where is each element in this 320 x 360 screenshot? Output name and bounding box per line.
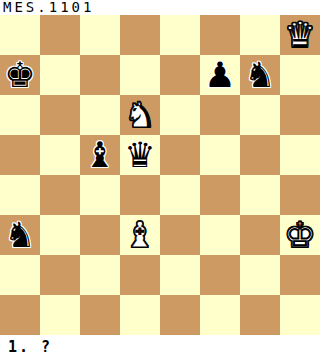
square-b1[interactable] bbox=[40, 295, 80, 335]
square-h4[interactable] bbox=[280, 175, 320, 215]
square-e3[interactable] bbox=[160, 215, 200, 255]
square-c5[interactable]: ♝ bbox=[80, 135, 120, 175]
move-prompt: 1. ? bbox=[0, 335, 320, 360]
diagram-title: MES.1101 bbox=[0, 0, 320, 15]
square-f2[interactable] bbox=[200, 255, 240, 295]
black-queen-d5: ♛ bbox=[124, 135, 155, 175]
square-e8[interactable] bbox=[160, 15, 200, 55]
black-knight-a3: ♞ bbox=[4, 215, 35, 255]
square-a4[interactable] bbox=[0, 175, 40, 215]
square-f6[interactable] bbox=[200, 95, 240, 135]
square-b5[interactable] bbox=[40, 135, 80, 175]
square-f7[interactable]: ♟ bbox=[200, 55, 240, 95]
square-g6[interactable] bbox=[240, 95, 280, 135]
white-queen-h8: ♛ bbox=[284, 15, 315, 55]
black-pawn-f7: ♟ bbox=[204, 55, 235, 95]
square-g8[interactable] bbox=[240, 15, 280, 55]
square-a8[interactable] bbox=[0, 15, 40, 55]
black-bishop-c5: ♝ bbox=[84, 135, 115, 175]
square-d8[interactable] bbox=[120, 15, 160, 55]
square-g4[interactable] bbox=[240, 175, 280, 215]
square-f1[interactable] bbox=[200, 295, 240, 335]
square-d3[interactable]: ♝ bbox=[120, 215, 160, 255]
square-g3[interactable] bbox=[240, 215, 280, 255]
square-b3[interactable] bbox=[40, 215, 80, 255]
square-b4[interactable] bbox=[40, 175, 80, 215]
square-h6[interactable] bbox=[280, 95, 320, 135]
square-f3[interactable] bbox=[200, 215, 240, 255]
white-knight-d6: ♞ bbox=[124, 95, 155, 135]
square-b2[interactable] bbox=[40, 255, 80, 295]
black-knight-g7: ♞ bbox=[244, 55, 275, 95]
square-g1[interactable] bbox=[240, 295, 280, 335]
square-a7[interactable]: ♚ bbox=[0, 55, 40, 95]
square-c2[interactable] bbox=[80, 255, 120, 295]
square-h1[interactable] bbox=[280, 295, 320, 335]
square-e2[interactable] bbox=[160, 255, 200, 295]
square-f5[interactable] bbox=[200, 135, 240, 175]
square-d7[interactable] bbox=[120, 55, 160, 95]
square-c4[interactable] bbox=[80, 175, 120, 215]
white-king-h3: ♚ bbox=[284, 215, 315, 255]
square-c6[interactable] bbox=[80, 95, 120, 135]
square-d1[interactable] bbox=[120, 295, 160, 335]
square-a3[interactable]: ♞ bbox=[0, 215, 40, 255]
square-d4[interactable] bbox=[120, 175, 160, 215]
square-f8[interactable] bbox=[200, 15, 240, 55]
white-bishop-d3: ♝ bbox=[124, 215, 155, 255]
square-e7[interactable] bbox=[160, 55, 200, 95]
square-d6[interactable]: ♞ bbox=[120, 95, 160, 135]
black-king-a7: ♚ bbox=[4, 55, 35, 95]
square-b6[interactable] bbox=[40, 95, 80, 135]
square-c3[interactable] bbox=[80, 215, 120, 255]
square-b8[interactable] bbox=[40, 15, 80, 55]
square-g7[interactable]: ♞ bbox=[240, 55, 280, 95]
square-g5[interactable] bbox=[240, 135, 280, 175]
square-a5[interactable] bbox=[0, 135, 40, 175]
square-f4[interactable] bbox=[200, 175, 240, 215]
chess-board: ♛♚♟♞♞♝♛♞♝♚ bbox=[0, 15, 320, 335]
square-h2[interactable] bbox=[280, 255, 320, 295]
square-e5[interactable] bbox=[160, 135, 200, 175]
square-h3[interactable]: ♚ bbox=[280, 215, 320, 255]
square-a1[interactable] bbox=[0, 295, 40, 335]
square-e6[interactable] bbox=[160, 95, 200, 135]
square-c1[interactable] bbox=[80, 295, 120, 335]
square-h5[interactable] bbox=[280, 135, 320, 175]
square-b7[interactable] bbox=[40, 55, 80, 95]
square-d5[interactable]: ♛ bbox=[120, 135, 160, 175]
square-c7[interactable] bbox=[80, 55, 120, 95]
square-d2[interactable] bbox=[120, 255, 160, 295]
square-a2[interactable] bbox=[0, 255, 40, 295]
square-g2[interactable] bbox=[240, 255, 280, 295]
square-c8[interactable] bbox=[80, 15, 120, 55]
square-e4[interactable] bbox=[160, 175, 200, 215]
square-e1[interactable] bbox=[160, 295, 200, 335]
square-h8[interactable]: ♛ bbox=[280, 15, 320, 55]
chess-diagram-window: MES.1101 ♛♚♟♞♞♝♛♞♝♚ 1. ? bbox=[0, 0, 320, 360]
square-a6[interactable] bbox=[0, 95, 40, 135]
square-h7[interactable] bbox=[280, 55, 320, 95]
